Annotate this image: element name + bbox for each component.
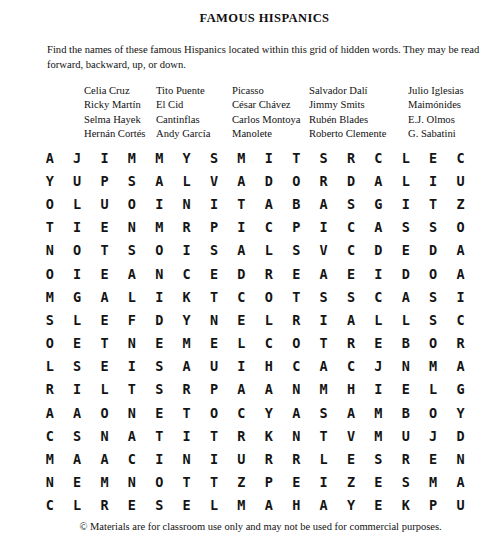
grid-cell: A: [255, 494, 282, 517]
grid-cell: N: [146, 262, 173, 285]
copyright-footer: © Materials are for classroom use only a…: [0, 521, 499, 532]
grid-cell: D: [419, 239, 446, 262]
grid-cell: C: [228, 401, 255, 424]
grid-cell: K: [255, 424, 282, 447]
grid-cell: I: [63, 216, 90, 239]
grid-cell: C: [365, 146, 392, 169]
grid-cell: N: [173, 192, 200, 215]
grid-cell: C: [36, 494, 63, 517]
grid-cell: H: [283, 494, 310, 517]
grid-cell: Z: [228, 471, 255, 494]
grid-cell: A: [310, 262, 337, 285]
grid-cell: I: [173, 424, 200, 447]
grid-cell: S: [63, 424, 90, 447]
grid-cell: R: [255, 262, 282, 285]
grid-cell: Y: [36, 169, 63, 192]
grid-cell: R: [91, 494, 118, 517]
grid-cell: S: [392, 471, 419, 494]
grid-cell: U: [392, 424, 419, 447]
word-list-item: Rubén Blades: [309, 113, 408, 127]
grid-cell: I: [91, 146, 118, 169]
grid-cell: O: [146, 239, 173, 262]
grid-cell: L: [392, 308, 419, 331]
grid-cell: C: [447, 146, 474, 169]
grid-cell: B: [392, 332, 419, 355]
grid-cell: A: [146, 169, 173, 192]
grid-cell: T: [200, 285, 227, 308]
grid-cell: I: [146, 285, 173, 308]
grid-cell: M: [365, 424, 392, 447]
grid-cell: O: [283, 332, 310, 355]
grid-cell: C: [283, 355, 310, 378]
grid-cell: C: [173, 262, 200, 285]
grid-cell: I: [63, 378, 90, 401]
grid-cell: L: [118, 285, 145, 308]
grid-cell: A: [447, 471, 474, 494]
grid-cell: E: [63, 471, 90, 494]
grid-cell: I: [447, 285, 474, 308]
grid-cell: G: [447, 378, 474, 401]
grid-cell: P: [91, 169, 118, 192]
word-list-column: PicassoCésar ChávezCarlos MontoyaManolet…: [232, 84, 309, 142]
grid-cell: D: [255, 169, 282, 192]
grid-cell: A: [447, 239, 474, 262]
grid-cell: T: [283, 285, 310, 308]
grid-cell: I: [365, 378, 392, 401]
grid-cell: O: [146, 471, 173, 494]
grid-cell: P: [419, 494, 446, 517]
grid-cell: A: [228, 378, 255, 401]
worksheet-page: FAMOUS HISPANICS Find the names of these…: [0, 0, 499, 547]
grid-cell: S: [63, 355, 90, 378]
grid-cell: A: [36, 401, 63, 424]
grid-cell: E: [283, 471, 310, 494]
grid-cell: A: [36, 146, 63, 169]
grid-cell: E: [91, 262, 118, 285]
grid-cell: A: [447, 355, 474, 378]
grid-cell: I: [255, 146, 282, 169]
grid-cell: E: [118, 494, 145, 517]
grid-cell: L: [63, 192, 90, 215]
grid-cell: O: [419, 401, 446, 424]
grid-cell: Y: [255, 401, 282, 424]
grid-cell: R: [283, 308, 310, 331]
grid-cell: A: [365, 169, 392, 192]
grid-cell: R: [283, 447, 310, 470]
grid-cell: N: [118, 332, 145, 355]
grid-cell: R: [392, 447, 419, 470]
word-list-item: Picasso: [232, 84, 309, 98]
grid-cell: Y: [447, 401, 474, 424]
grid-cell: O: [419, 332, 446, 355]
grid-cell: C: [447, 308, 474, 331]
grid-cell: G: [365, 192, 392, 215]
grid-cell: T: [228, 192, 255, 215]
grid-cell: E: [173, 494, 200, 517]
grid-cell: E: [392, 239, 419, 262]
grid-cell: I: [200, 192, 227, 215]
grid-cell: O: [118, 192, 145, 215]
grid-cell: A: [310, 355, 337, 378]
word-list-item: Ricky Martín: [84, 98, 156, 112]
grid-cell: I: [310, 216, 337, 239]
grid-cell: A: [255, 192, 282, 215]
grid-cell: C: [337, 216, 364, 239]
grid-cell: Y: [337, 494, 364, 517]
grid-cell: Y: [173, 308, 200, 331]
grid-cell: T: [173, 471, 200, 494]
grid-cell: O: [419, 262, 446, 285]
grid-cell: R: [173, 216, 200, 239]
grid-cell: D: [337, 169, 364, 192]
grid-cell: L: [63, 494, 90, 517]
grid-cell: P: [200, 216, 227, 239]
grid-cell: M: [36, 285, 63, 308]
grid-cell: E: [63, 332, 90, 355]
grid-cell: G: [63, 285, 90, 308]
grid-cell: B: [392, 401, 419, 424]
grid-cell: S: [283, 239, 310, 262]
grid-cell: V: [310, 239, 337, 262]
grid-cell: O: [200, 401, 227, 424]
grid-cell: S: [310, 146, 337, 169]
grid-cell: I: [310, 308, 337, 331]
grid-cell: S: [146, 378, 173, 401]
grid-cell: I: [365, 262, 392, 285]
grid-cell: E: [365, 494, 392, 517]
grid-cell: N: [173, 447, 200, 470]
grid-cell: S: [36, 308, 63, 331]
grid-cell: N: [36, 239, 63, 262]
grid-cell: E: [419, 146, 446, 169]
grid-cell: N: [36, 471, 63, 494]
grid-cell: T: [419, 192, 446, 215]
grid-cell: T: [91, 332, 118, 355]
grid-cell: A: [118, 424, 145, 447]
grid-cell: S: [419, 216, 446, 239]
grid-cell: L: [419, 378, 446, 401]
grid-cell: O: [91, 401, 118, 424]
grid-cell: U: [447, 169, 474, 192]
letter-grid: AJIMMYSMITSRCLECYUPSALVADORDALIUOLUOINIT…: [36, 146, 474, 517]
grid-cell: M: [146, 146, 173, 169]
grid-cell: P: [200, 378, 227, 401]
grid-cell: N: [447, 447, 474, 470]
grid-cell: A: [91, 285, 118, 308]
grid-cell: M: [146, 216, 173, 239]
grid-cell: V: [200, 169, 227, 192]
grid-cell: R: [447, 332, 474, 355]
grid-cell: A: [63, 447, 90, 470]
grid-cell: O: [36, 332, 63, 355]
grid-cell: S: [200, 239, 227, 262]
grid-cell: O: [36, 262, 63, 285]
grid-cell: N: [283, 424, 310, 447]
word-list-column: Tito PuenteEl CidCantinflasAndy García: [156, 84, 232, 142]
grid-cell: S: [337, 192, 364, 215]
grid-cell: E: [228, 308, 255, 331]
word-list-column: Julio IglesiasMaimónidesE.J. OlmosG. Sab…: [408, 84, 464, 142]
word-list-item: Carlos Montoya: [232, 113, 309, 127]
grid-cell: A: [91, 447, 118, 470]
grid-cell: L: [36, 355, 63, 378]
grid-cell: I: [146, 192, 173, 215]
grid-cell: R: [310, 169, 337, 192]
grid-cell: U: [91, 192, 118, 215]
word-list-item: Selma Hayek: [84, 113, 156, 127]
grid-cell: K: [173, 285, 200, 308]
grid-cell: E: [146, 401, 173, 424]
word-list-column: Celia CruzRicky MartínSelma HayekHernán …: [84, 84, 156, 142]
word-list-item: Celia Cruz: [84, 84, 156, 98]
grid-cell: A: [228, 239, 255, 262]
grid-cell: M: [36, 447, 63, 470]
grid-cell: E: [392, 378, 419, 401]
grid-cell: J: [365, 355, 392, 378]
grid-cell: N: [118, 216, 145, 239]
grid-cell: A: [447, 262, 474, 285]
grid-cell: S: [365, 447, 392, 470]
grid-cell: D: [228, 262, 255, 285]
instructions-text: Find the names of these famous Hispanics…: [47, 42, 489, 72]
grid-cell: E: [419, 447, 446, 470]
grid-cell: T: [310, 332, 337, 355]
grid-cell: T: [200, 471, 227, 494]
grid-cell: L: [255, 239, 282, 262]
word-list-item: César Chávez: [232, 98, 309, 112]
grid-cell: S: [419, 308, 446, 331]
grid-cell: P: [283, 216, 310, 239]
grid-cell: E: [200, 262, 227, 285]
grid-cell: J: [419, 424, 446, 447]
grid-cell: I: [228, 216, 255, 239]
grid-cell: M: [419, 355, 446, 378]
word-list-item: Tito Puente: [156, 84, 232, 98]
grid-cell: C: [337, 355, 364, 378]
grid-cell: S: [118, 169, 145, 192]
grid-cell: C: [255, 216, 282, 239]
grid-cell: E: [146, 332, 173, 355]
grid-cell: K: [392, 494, 419, 517]
grid-cell: E: [337, 262, 364, 285]
grid-cell: F: [118, 308, 145, 331]
grid-cell: I: [310, 471, 337, 494]
word-list-column: Salvador DalíJimmy SmitsRubén BladesRobe…: [309, 84, 408, 142]
grid-cell: C: [118, 447, 145, 470]
grid-cell: L: [310, 447, 337, 470]
grid-cell: N: [392, 355, 419, 378]
grid-cell: M: [365, 401, 392, 424]
grid-cell: L: [228, 332, 255, 355]
page-title: FAMOUS HISPANICS: [0, 11, 499, 26]
grid-cell: E: [365, 332, 392, 355]
grid-cell: A: [173, 355, 200, 378]
grid-cell: S: [118, 239, 145, 262]
grid-cell: O: [283, 169, 310, 192]
grid-cell: P: [255, 471, 282, 494]
grid-cell: C: [365, 285, 392, 308]
grid-cell: T: [118, 378, 145, 401]
word-list-item: Maimónides: [408, 98, 464, 112]
grid-cell: D: [447, 424, 474, 447]
grid-cell: N: [118, 471, 145, 494]
grid-cell: B: [283, 192, 310, 215]
grid-cell: D: [146, 308, 173, 331]
grid-cell: O: [36, 192, 63, 215]
word-list-item: Salvador Dalí: [309, 84, 408, 98]
grid-cell: H: [337, 378, 364, 401]
grid-cell: I: [173, 239, 200, 262]
grid-cell: T: [173, 401, 200, 424]
grid-cell: N: [200, 308, 227, 331]
word-list-item: Andy García: [156, 127, 232, 141]
grid-cell: Y: [173, 146, 200, 169]
grid-cell: A: [337, 401, 364, 424]
grid-cell: N: [283, 378, 310, 401]
grid-cell: L: [365, 308, 392, 331]
grid-cell: V: [337, 424, 364, 447]
grid-cell: S: [419, 285, 446, 308]
word-list-item: Roberto Clemente: [309, 127, 408, 141]
grid-cell: M: [91, 471, 118, 494]
grid-cell: C: [36, 424, 63, 447]
grid-cell: A: [310, 494, 337, 517]
grid-cell: R: [36, 378, 63, 401]
grid-cell: U: [447, 494, 474, 517]
grid-cell: I: [419, 169, 446, 192]
grid-cell: J: [63, 146, 90, 169]
grid-cell: T: [283, 146, 310, 169]
grid-cell: N: [118, 401, 145, 424]
grid-cell: L: [392, 146, 419, 169]
grid-cell: D: [365, 239, 392, 262]
grid-cell: L: [63, 308, 90, 331]
grid-cell: R: [337, 332, 364, 355]
grid-cell: S: [310, 285, 337, 308]
grid-cell: R: [255, 447, 282, 470]
grid-cell: E: [337, 447, 364, 470]
grid-cell: M: [419, 471, 446, 494]
grid-cell: I: [118, 355, 145, 378]
grid-cell: E: [283, 262, 310, 285]
grid-cell: R: [337, 146, 364, 169]
grid-cell: O: [447, 216, 474, 239]
word-list-item: G. Sabatini: [408, 127, 464, 141]
grid-cell: E: [200, 332, 227, 355]
grid-cell: T: [310, 424, 337, 447]
word-list-item: Cantinflas: [156, 113, 232, 127]
grid-cell: S: [200, 146, 227, 169]
grid-cell: C: [337, 239, 364, 262]
grid-cell: D: [392, 262, 419, 285]
grid-cell: A: [392, 285, 419, 308]
grid-cell: M: [228, 146, 255, 169]
grid-cell: U: [228, 447, 255, 470]
grid-cell: S: [392, 216, 419, 239]
grid-cell: A: [365, 216, 392, 239]
grid-cell: L: [255, 308, 282, 331]
grid-cell: E: [91, 216, 118, 239]
grid-cell: T: [146, 424, 173, 447]
grid-cell: A: [118, 262, 145, 285]
word-list: Celia CruzRicky MartínSelma HayekHernán …: [84, 84, 464, 142]
grid-cell: N: [91, 424, 118, 447]
grid-cell: S: [146, 494, 173, 517]
grid-cell: M: [173, 332, 200, 355]
grid-cell: U: [200, 355, 227, 378]
grid-cell: T: [200, 424, 227, 447]
grid-cell: A: [337, 308, 364, 331]
grid-cell: S: [310, 401, 337, 424]
grid-cell: R: [173, 378, 200, 401]
grid-cell: A: [255, 378, 282, 401]
grid-cell: T: [91, 239, 118, 262]
grid-cell: C: [228, 285, 255, 308]
word-list-item: El Cid: [156, 98, 232, 112]
grid-cell: L: [392, 169, 419, 192]
word-list-item: Manolete: [232, 127, 309, 141]
grid-cell: I: [63, 262, 90, 285]
grid-cell: L: [91, 378, 118, 401]
grid-cell: M: [118, 146, 145, 169]
grid-cell: I: [228, 355, 255, 378]
grid-cell: A: [283, 401, 310, 424]
word-list-item: Jimmy Smits: [309, 98, 408, 112]
grid-cell: A: [228, 169, 255, 192]
grid-cell: T: [36, 216, 63, 239]
grid-cell: Z: [337, 471, 364, 494]
grid-cell: E: [91, 308, 118, 331]
word-list-item: Hernán Cortés: [84, 127, 156, 141]
grid-cell: E: [365, 471, 392, 494]
grid-cell: S: [146, 355, 173, 378]
grid-cell: E: [91, 355, 118, 378]
grid-cell: S: [337, 285, 364, 308]
grid-cell: I: [146, 447, 173, 470]
grid-cell: M: [228, 494, 255, 517]
grid-cell: I: [392, 192, 419, 215]
grid-cell: U: [63, 169, 90, 192]
grid-cell: A: [310, 192, 337, 215]
grid-cell: R: [228, 424, 255, 447]
grid-cell: C: [255, 332, 282, 355]
grid-cell: H: [255, 355, 282, 378]
grid-cell: Z: [447, 192, 474, 215]
grid-cell: O: [255, 285, 282, 308]
grid-cell: L: [200, 494, 227, 517]
grid-cell: L: [173, 169, 200, 192]
grid-cell: M: [310, 378, 337, 401]
grid-cell: A: [63, 401, 90, 424]
word-list-item: E.J. Olmos: [408, 113, 464, 127]
grid-cell: O: [63, 239, 90, 262]
word-list-item: Julio Iglesias: [408, 84, 464, 98]
grid-cell: I: [200, 447, 227, 470]
